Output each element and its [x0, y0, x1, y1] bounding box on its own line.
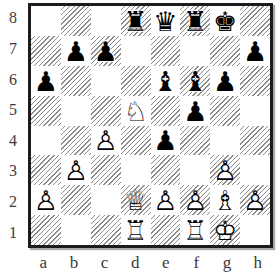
square-e7 — [151, 36, 181, 66]
piece-glyph: ♟ — [243, 37, 267, 64]
square-c8 — [91, 6, 121, 36]
piece-fill: ♟ — [94, 127, 118, 154]
piece-fill: ♛ — [152, 6, 179, 36]
piece-glyph: ♔ — [213, 217, 237, 244]
square-f2: ♟♙ — [180, 185, 210, 215]
rank-labels: 87654321 — [0, 3, 26, 248]
piece-glyph: ♖ — [183, 217, 207, 244]
black-queen-e8-icon: ♛♛ — [151, 6, 181, 36]
file-labels: abcdefgh — [28, 248, 273, 278]
square-g4 — [210, 126, 240, 156]
square-d8: ♜♜ — [121, 6, 151, 36]
piece-glyph: ♖ — [123, 217, 147, 244]
piece-fill: ♟ — [153, 187, 177, 214]
square-d6 — [121, 66, 151, 96]
chess-board: ♜♜♛♛♜♜♚♚♟♟♟♟♟♟♟♟♝♝♝♝♟♟♞♘♟♟♟♙♟♟♟♙♟♙♟♙♛♕♟♙… — [28, 3, 273, 248]
piece-fill: ♜ — [182, 6, 209, 36]
square-f5: ♟♟ — [180, 96, 210, 126]
rank-label-1: 1 — [0, 217, 26, 248]
square-d3 — [121, 155, 151, 185]
white-queen-d2-icon: ♛♕ — [121, 185, 151, 215]
square-b6 — [61, 66, 91, 96]
square-c5 — [91, 96, 121, 126]
square-e5 — [151, 96, 181, 126]
square-f8: ♜♜ — [180, 6, 210, 36]
square-f3 — [180, 155, 210, 185]
square-d5: ♞♘ — [121, 96, 151, 126]
piece-fill: ♚ — [212, 6, 239, 36]
black-pawn-e4-icon: ♟♟ — [151, 126, 181, 156]
piece-glyph: ♙ — [153, 187, 177, 214]
piece-fill: ♟ — [241, 36, 268, 66]
square-h1 — [240, 215, 270, 245]
piece-glyph: ♟ — [153, 127, 177, 154]
piece-fill: ♟ — [212, 66, 239, 96]
piece-glyph: ♙ — [34, 187, 58, 214]
square-a6: ♟♟ — [31, 66, 61, 96]
square-f7 — [180, 36, 210, 66]
piece-glyph: ♚ — [213, 7, 237, 34]
square-f6: ♝♝ — [180, 66, 210, 96]
square-h6 — [240, 66, 270, 96]
black-bishop-e6-icon: ♝♝ — [151, 66, 181, 96]
piece-glyph: ♙ — [243, 187, 267, 214]
square-g8: ♚♚ — [210, 6, 240, 36]
square-h7: ♟♟ — [240, 36, 270, 66]
rank-label-3: 3 — [0, 156, 26, 187]
square-e2: ♟♙ — [151, 185, 181, 215]
square-e1 — [151, 215, 181, 245]
black-pawn-h7-icon: ♟♟ — [240, 36, 270, 66]
white-bishop-g2-icon: ♝♗ — [210, 185, 240, 215]
black-bishop-f6-icon: ♝♝ — [180, 66, 210, 96]
square-g6: ♟♟ — [210, 66, 240, 96]
square-c6 — [91, 66, 121, 96]
square-a1 — [31, 215, 61, 245]
square-b4 — [61, 126, 91, 156]
piece-fill: ♟ — [152, 126, 179, 156]
rank-label-8: 8 — [0, 3, 26, 34]
square-e8: ♛♛ — [151, 6, 181, 36]
rank-label-7: 7 — [0, 34, 26, 65]
piece-fill: ♟ — [213, 157, 237, 184]
white-king-g1-icon: ♚♔ — [210, 215, 240, 245]
black-pawn-a6-icon: ♟♟ — [31, 66, 61, 96]
white-pawn-h2-icon: ♟♙ — [240, 185, 270, 215]
square-c7: ♟♟ — [91, 36, 121, 66]
chess-diagram: 87654321 ♜♜♛♛♜♜♚♚♟♟♟♟♟♟♟♟♝♝♝♝♟♟♞♘♟♟♟♙♟♟♟… — [0, 0, 278, 280]
piece-glyph: ♜ — [183, 7, 207, 34]
black-pawn-g6-icon: ♟♟ — [210, 66, 240, 96]
square-d1: ♜♖ — [121, 215, 151, 245]
piece-fill: ♟ — [92, 36, 119, 66]
black-rook-f8-icon: ♜♜ — [180, 6, 210, 36]
white-pawn-e2-icon: ♟♙ — [151, 185, 181, 215]
file-label-e: e — [151, 248, 182, 278]
square-c3 — [91, 155, 121, 185]
piece-glyph: ♛ — [153, 7, 177, 34]
piece-fill: ♚ — [213, 217, 237, 244]
file-label-c: c — [89, 248, 120, 278]
piece-glyph: ♝ — [153, 67, 177, 94]
white-pawn-b3-icon: ♟♙ — [61, 155, 91, 185]
piece-glyph: ♗ — [213, 187, 237, 214]
piece-fill: ♛ — [123, 187, 147, 214]
square-g7 — [210, 36, 240, 66]
white-rook-f1-icon: ♜♖ — [180, 215, 210, 245]
black-king-g8-icon: ♚♚ — [210, 6, 240, 36]
white-pawn-f2-icon: ♟♙ — [180, 185, 210, 215]
black-pawn-c7-icon: ♟♟ — [91, 36, 121, 66]
piece-glyph: ♙ — [183, 187, 207, 214]
square-a4 — [31, 126, 61, 156]
square-c1 — [91, 215, 121, 245]
square-a8 — [31, 6, 61, 36]
piece-fill: ♟ — [62, 36, 89, 66]
piece-fill: ♟ — [64, 157, 88, 184]
square-b7: ♟♟ — [61, 36, 91, 66]
white-rook-d1-icon: ♜♖ — [121, 215, 151, 245]
piece-fill: ♟ — [32, 66, 59, 96]
square-a5 — [31, 96, 61, 126]
white-knight-d5-icon: ♞♘ — [121, 96, 151, 126]
file-label-d: d — [120, 248, 151, 278]
square-b1 — [61, 215, 91, 245]
piece-glyph: ♙ — [64, 157, 88, 184]
piece-glyph: ♜ — [123, 7, 147, 34]
square-g5 — [210, 96, 240, 126]
black-rook-d8-icon: ♜♜ — [121, 6, 151, 36]
piece-fill: ♝ — [213, 187, 237, 214]
square-f4 — [180, 126, 210, 156]
file-label-h: h — [242, 248, 273, 278]
square-e4: ♟♟ — [151, 126, 181, 156]
piece-fill: ♜ — [183, 217, 207, 244]
rank-label-6: 6 — [0, 64, 26, 95]
piece-fill: ♜ — [122, 6, 149, 36]
square-a3 — [31, 155, 61, 185]
square-b5 — [61, 96, 91, 126]
black-pawn-b7-icon: ♟♟ — [61, 36, 91, 66]
square-e3 — [151, 155, 181, 185]
rank-label-4: 4 — [0, 126, 26, 157]
square-h8 — [240, 6, 270, 36]
file-label-f: f — [181, 248, 212, 278]
piece-fill: ♝ — [152, 66, 179, 96]
piece-glyph: ♟ — [183, 97, 207, 124]
piece-glyph: ♟ — [94, 37, 118, 64]
piece-glyph: ♙ — [213, 157, 237, 184]
square-d2: ♛♕ — [121, 185, 151, 215]
square-f1: ♜♖ — [180, 215, 210, 245]
file-label-g: g — [212, 248, 243, 278]
file-label-b: b — [59, 248, 90, 278]
square-h3 — [240, 155, 270, 185]
piece-fill: ♟ — [243, 187, 267, 214]
square-a7 — [31, 36, 61, 66]
square-b2 — [61, 185, 91, 215]
piece-glyph: ♝ — [183, 67, 207, 94]
piece-glyph: ♙ — [94, 127, 118, 154]
piece-glyph: ♟ — [34, 67, 58, 94]
square-b8 — [61, 6, 91, 36]
square-d4 — [121, 126, 151, 156]
piece-fill: ♝ — [182, 66, 209, 96]
square-g2: ♝♗ — [210, 185, 240, 215]
piece-fill: ♟ — [182, 96, 209, 126]
square-g1: ♚♔ — [210, 215, 240, 245]
square-b3: ♟♙ — [61, 155, 91, 185]
rank-label-5: 5 — [0, 95, 26, 126]
white-pawn-g3-icon: ♟♙ — [210, 155, 240, 185]
piece-glyph: ♕ — [123, 187, 147, 214]
white-pawn-c4-icon: ♟♙ — [91, 126, 121, 156]
piece-glyph: ♘ — [123, 97, 147, 124]
white-pawn-a2-icon: ♟♙ — [31, 185, 61, 215]
piece-fill: ♟ — [183, 187, 207, 214]
square-h2: ♟♙ — [240, 185, 270, 215]
square-c2 — [91, 185, 121, 215]
black-pawn-f5-icon: ♟♟ — [180, 96, 210, 126]
piece-glyph: ♟ — [64, 37, 88, 64]
square-g3: ♟♙ — [210, 155, 240, 185]
square-a2: ♟♙ — [31, 185, 61, 215]
rank-label-2: 2 — [0, 187, 26, 218]
piece-glyph: ♟ — [213, 67, 237, 94]
square-e6: ♝♝ — [151, 66, 181, 96]
square-h4 — [240, 126, 270, 156]
piece-fill: ♟ — [34, 187, 58, 214]
square-d7 — [121, 36, 151, 66]
file-label-a: a — [28, 248, 59, 278]
piece-fill: ♜ — [123, 217, 147, 244]
piece-fill: ♞ — [123, 97, 147, 124]
square-h5 — [240, 96, 270, 126]
square-c4: ♟♙ — [91, 126, 121, 156]
